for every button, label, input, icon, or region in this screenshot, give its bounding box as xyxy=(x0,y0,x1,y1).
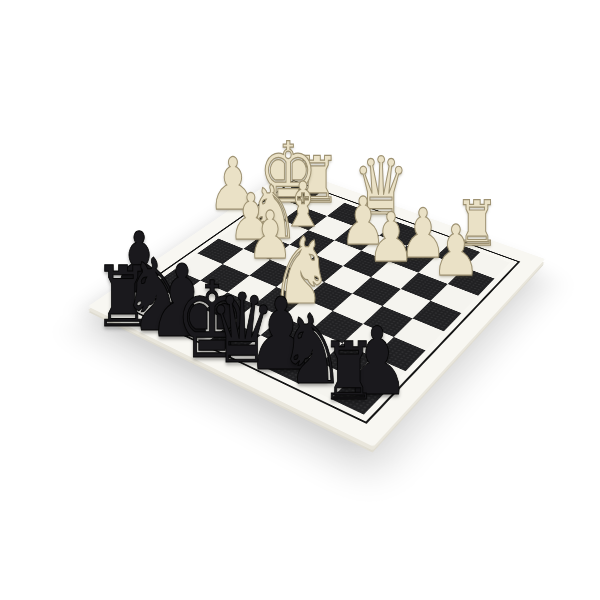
board-grid xyxy=(128,185,510,415)
chess-board xyxy=(88,169,545,447)
board-playing-area xyxy=(116,180,520,424)
product-photo-stage: ♟♚♜♝♞♟♟♛♟♟♜♟♟♞♟♜♞♟♚♛♟♞♜♟ xyxy=(0,0,600,600)
